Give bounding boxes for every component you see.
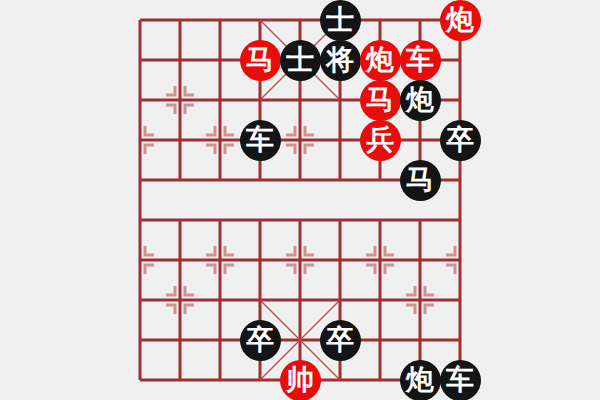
piece-black-chariot[interactable]: 车 xyxy=(440,360,481,400)
board-cell: 卒 xyxy=(440,120,480,160)
board-cell: 士 xyxy=(320,0,360,40)
piece-black-soldier[interactable]: 卒 xyxy=(320,320,361,361)
board-cell: 炮 xyxy=(400,360,440,400)
board-cell: 马 xyxy=(240,40,280,80)
board-cell: 将 xyxy=(320,40,360,80)
piece-red-cannon[interactable]: 炮 xyxy=(360,40,401,81)
piece-black-general[interactable]: 将 xyxy=(320,40,361,81)
piece-red-horse[interactable]: 马 xyxy=(360,80,401,121)
board-cell: 卒 xyxy=(240,320,280,360)
piece-black-soldier[interactable]: 卒 xyxy=(440,120,481,161)
board-cell: 车 xyxy=(400,40,440,80)
piece-black-chariot[interactable]: 车 xyxy=(240,120,281,161)
pieces-layer: 士炮马士将炮车马炮车兵卒马卒卒帅炮车 xyxy=(120,0,480,400)
piece-black-soldier[interactable]: 卒 xyxy=(240,320,281,361)
piece-red-general[interactable]: 帅 xyxy=(280,360,321,400)
board-cell: 车 xyxy=(440,360,480,400)
board-cell: 帅 xyxy=(280,360,320,400)
board-cell: 卒 xyxy=(320,320,360,360)
piece-black-horse[interactable]: 马 xyxy=(400,160,441,201)
board-cell: 炮 xyxy=(400,80,440,120)
piece-black-cannon[interactable]: 炮 xyxy=(400,80,441,121)
piece-black-advisor[interactable]: 士 xyxy=(280,40,321,81)
board-cell: 士 xyxy=(280,40,320,80)
piece-black-cannon[interactable]: 炮 xyxy=(400,360,441,400)
piece-red-cannon[interactable]: 炮 xyxy=(440,0,481,41)
board-cell: 马 xyxy=(400,160,440,200)
piece-red-chariot[interactable]: 车 xyxy=(400,40,441,81)
board-cell: 兵 xyxy=(360,120,400,160)
piece-red-soldier[interactable]: 兵 xyxy=(360,120,401,161)
piece-black-advisor[interactable]: 士 xyxy=(320,0,361,41)
board-cell: 马 xyxy=(360,80,400,120)
board-cell: 炮 xyxy=(440,0,480,40)
board-cell: 车 xyxy=(240,120,280,160)
board-cell: 炮 xyxy=(360,40,400,80)
piece-red-horse[interactable]: 马 xyxy=(240,40,281,81)
xiangqi-board: 士炮马士将炮车马炮车兵卒马卒卒帅炮车 xyxy=(0,0,600,400)
